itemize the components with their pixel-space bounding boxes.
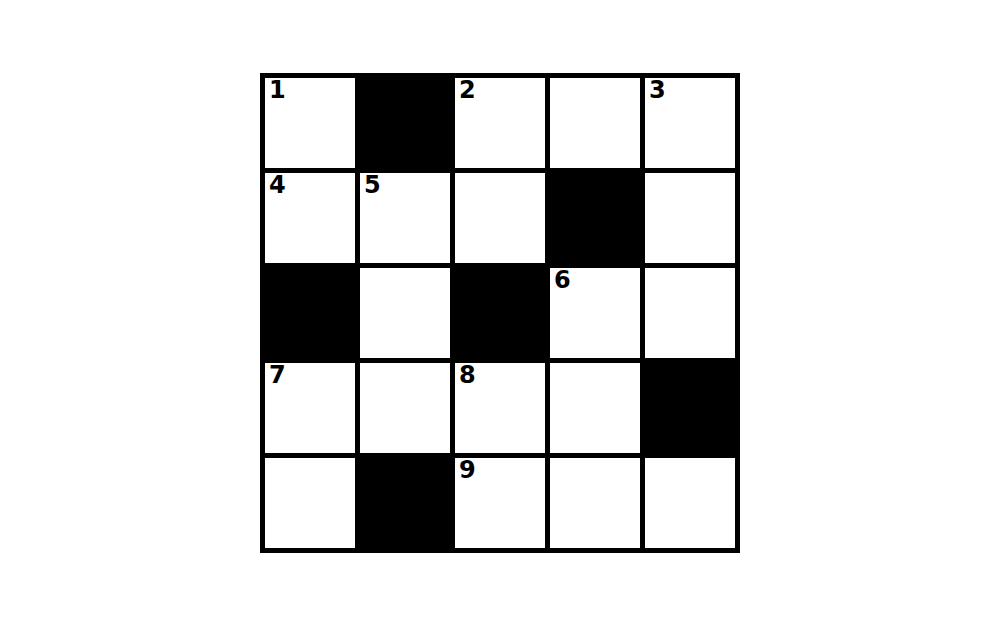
crossword-grid: 123456789 [260, 73, 740, 553]
white-cell[interactable]: 1 [265, 78, 355, 168]
white-cell[interactable] [550, 78, 640, 168]
white-cell[interactable] [645, 458, 735, 548]
white-cell[interactable] [645, 268, 735, 358]
clue-number: 2 [459, 78, 475, 103]
white-cell[interactable]: 5 [360, 173, 450, 263]
white-cell[interactable]: 3 [645, 78, 735, 168]
block-cell [455, 268, 545, 358]
white-cell[interactable] [550, 458, 640, 548]
white-cell[interactable] [645, 173, 735, 263]
white-cell[interactable]: 8 [455, 363, 545, 453]
clue-number: 3 [649, 78, 665, 103]
white-cell[interactable]: 4 [265, 173, 355, 263]
clue-number: 5 [364, 173, 380, 198]
white-cell[interactable]: 9 [455, 458, 545, 548]
white-cell[interactable] [550, 363, 640, 453]
clue-number: 7 [269, 363, 285, 388]
white-cell[interactable] [455, 173, 545, 263]
clue-number: 9 [459, 458, 475, 483]
block-cell [645, 363, 735, 453]
block-cell [360, 78, 450, 168]
white-cell[interactable]: 7 [265, 363, 355, 453]
white-cell[interactable] [360, 363, 450, 453]
clue-number: 4 [269, 173, 285, 198]
white-cell[interactable]: 6 [550, 268, 640, 358]
page: 123456789 [0, 0, 1000, 626]
clue-number: 8 [459, 363, 475, 388]
block-cell [360, 458, 450, 548]
block-cell [550, 173, 640, 263]
white-cell[interactable] [360, 268, 450, 358]
clue-number: 1 [269, 78, 285, 103]
white-cell[interactable] [265, 458, 355, 548]
block-cell [265, 268, 355, 358]
clue-number: 6 [554, 268, 570, 293]
white-cell[interactable]: 2 [455, 78, 545, 168]
